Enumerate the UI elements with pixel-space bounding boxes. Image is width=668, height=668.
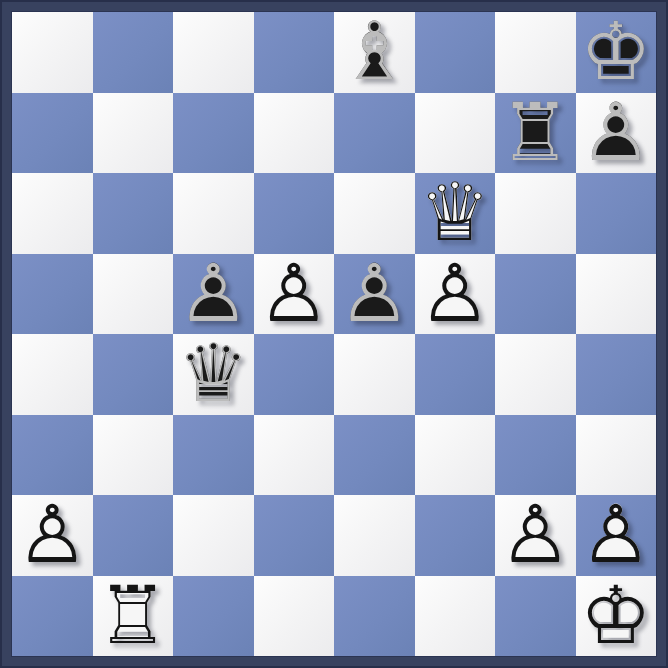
square-h3[interactable] <box>576 415 657 496</box>
square-f1[interactable] <box>415 576 496 657</box>
white-pawn-outline-icon: ♙ <box>419 254 491 334</box>
square-e3[interactable] <box>334 415 415 496</box>
piece-black-pawn-c5[interactable]: ♟♙ <box>177 254 249 334</box>
square-a8[interactable] <box>12 12 93 93</box>
piece-black-pawn-h7[interactable]: ♟♙ <box>580 93 652 173</box>
white-pawn-outline-icon: ♙ <box>499 495 571 575</box>
square-f8[interactable] <box>415 12 496 93</box>
black-king-outline-icon: ♔ <box>580 12 652 92</box>
square-e8[interactable]: ♝♗ <box>334 12 415 93</box>
square-e7[interactable] <box>334 93 415 174</box>
black-queen-outline-icon: ♕ <box>177 334 249 414</box>
square-f5[interactable]: ♟♙ <box>415 254 496 335</box>
square-e4[interactable] <box>334 334 415 415</box>
white-pawn-outline-icon: ♙ <box>580 495 652 575</box>
white-rook-outline-icon: ♖ <box>97 576 169 656</box>
square-e6[interactable] <box>334 173 415 254</box>
piece-white-rook-b1[interactable]: ♜♖ <box>97 576 169 656</box>
square-d7[interactable] <box>254 93 335 174</box>
square-a2[interactable]: ♟♙ <box>12 495 93 576</box>
square-b8[interactable] <box>93 12 174 93</box>
square-f4[interactable] <box>415 334 496 415</box>
black-bishop-outline-icon: ♗ <box>338 12 410 92</box>
square-d4[interactable] <box>254 334 335 415</box>
square-d8[interactable] <box>254 12 335 93</box>
square-e2[interactable] <box>334 495 415 576</box>
square-g7[interactable]: ♜♖ <box>495 93 576 174</box>
square-a1[interactable] <box>12 576 93 657</box>
square-a3[interactable] <box>12 415 93 496</box>
board-frame: ♝♗♚♔♜♖♟♙♛♕♟♙♟♙♟♙♟♙♛♕♟♙♟♙♟♙♜♖♚♔ <box>0 0 668 668</box>
square-c4[interactable]: ♛♕ <box>173 334 254 415</box>
square-f7[interactable] <box>415 93 496 174</box>
square-b2[interactable] <box>93 495 174 576</box>
piece-black-pawn-e5[interactable]: ♟♙ <box>338 254 410 334</box>
square-f6[interactable]: ♛♕ <box>415 173 496 254</box>
square-g4[interactable] <box>495 334 576 415</box>
piece-black-queen-c4[interactable]: ♛♕ <box>177 334 249 414</box>
square-d3[interactable] <box>254 415 335 496</box>
square-b6[interactable] <box>93 173 174 254</box>
square-e1[interactable] <box>334 576 415 657</box>
square-h1[interactable]: ♚♔ <box>576 576 657 657</box>
square-d1[interactable] <box>254 576 335 657</box>
square-c7[interactable] <box>173 93 254 174</box>
square-a7[interactable] <box>12 93 93 174</box>
square-a4[interactable] <box>12 334 93 415</box>
piece-white-king-h1[interactable]: ♚♔ <box>580 576 652 656</box>
square-b1[interactable]: ♜♖ <box>93 576 174 657</box>
square-e5[interactable]: ♟♙ <box>334 254 415 335</box>
piece-white-pawn-a2[interactable]: ♟♙ <box>16 495 88 575</box>
square-c5[interactable]: ♟♙ <box>173 254 254 335</box>
square-g3[interactable] <box>495 415 576 496</box>
piece-black-king-h8[interactable]: ♚♔ <box>580 12 652 92</box>
square-c1[interactable] <box>173 576 254 657</box>
chess-board: ♝♗♚♔♜♖♟♙♛♕♟♙♟♙♟♙♟♙♛♕♟♙♟♙♟♙♜♖♚♔ <box>12 12 656 656</box>
square-g1[interactable] <box>495 576 576 657</box>
white-pawn-outline-icon: ♙ <box>258 254 330 334</box>
piece-black-bishop-e8[interactable]: ♝♗ <box>338 12 410 92</box>
black-rook-outline-icon: ♖ <box>499 93 571 173</box>
square-f2[interactable] <box>415 495 496 576</box>
square-c2[interactable] <box>173 495 254 576</box>
square-d2[interactable] <box>254 495 335 576</box>
square-h4[interactable] <box>576 334 657 415</box>
square-g5[interactable] <box>495 254 576 335</box>
square-h7[interactable]: ♟♙ <box>576 93 657 174</box>
piece-white-pawn-f5[interactable]: ♟♙ <box>419 254 491 334</box>
square-f3[interactable] <box>415 415 496 496</box>
square-h5[interactable] <box>576 254 657 335</box>
square-d5[interactable]: ♟♙ <box>254 254 335 335</box>
white-queen-outline-icon: ♕ <box>419 173 491 253</box>
piece-white-pawn-g2[interactable]: ♟♙ <box>499 495 571 575</box>
square-c6[interactable] <box>173 173 254 254</box>
square-b3[interactable] <box>93 415 174 496</box>
black-pawn-outline-icon: ♙ <box>177 254 249 334</box>
square-d6[interactable] <box>254 173 335 254</box>
white-king-outline-icon: ♔ <box>580 576 652 656</box>
square-h2[interactable]: ♟♙ <box>576 495 657 576</box>
square-c8[interactable] <box>173 12 254 93</box>
square-a6[interactable] <box>12 173 93 254</box>
square-h6[interactable] <box>576 173 657 254</box>
square-b4[interactable] <box>93 334 174 415</box>
piece-white-pawn-h2[interactable]: ♟♙ <box>580 495 652 575</box>
square-g8[interactable] <box>495 12 576 93</box>
square-g2[interactable]: ♟♙ <box>495 495 576 576</box>
square-b5[interactable] <box>93 254 174 335</box>
square-b7[interactable] <box>93 93 174 174</box>
square-c3[interactable] <box>173 415 254 496</box>
square-a5[interactable] <box>12 254 93 335</box>
square-g6[interactable] <box>495 173 576 254</box>
black-pawn-outline-icon: ♙ <box>338 254 410 334</box>
piece-white-queen-f6[interactable]: ♛♕ <box>419 173 491 253</box>
black-pawn-outline-icon: ♙ <box>580 93 652 173</box>
square-h8[interactable]: ♚♔ <box>576 12 657 93</box>
white-pawn-outline-icon: ♙ <box>16 495 88 575</box>
piece-black-rook-g7[interactable]: ♜♖ <box>499 93 571 173</box>
piece-white-pawn-d5[interactable]: ♟♙ <box>258 254 330 334</box>
